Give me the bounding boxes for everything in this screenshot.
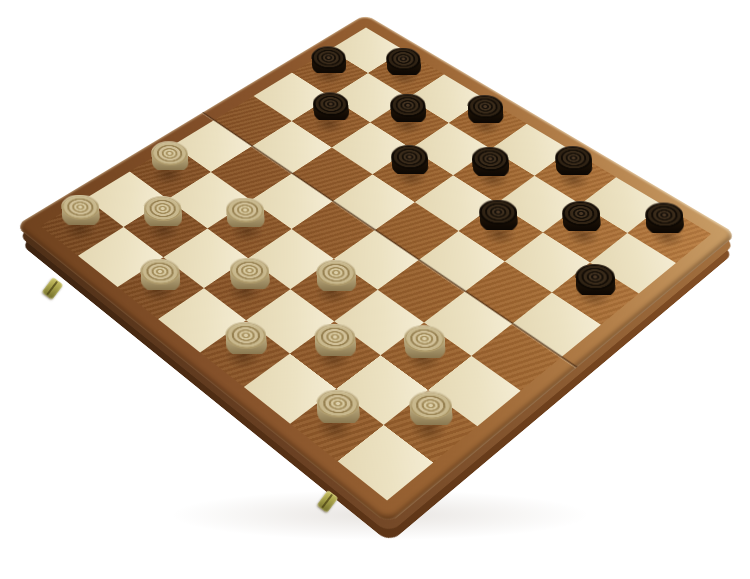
photo-scene — [0, 0, 750, 579]
dark-checker-piece[interactable] — [386, 47, 422, 78]
dark-checker-piece[interactable] — [391, 145, 430, 178]
light-checker-piece[interactable] — [143, 196, 183, 230]
piece-top-rings — [310, 46, 346, 69]
dark-checker-piece[interactable] — [467, 95, 505, 127]
light-checker-piece[interactable] — [403, 325, 447, 362]
piece-top-rings — [390, 94, 427, 117]
light-checker-piece[interactable] — [315, 259, 357, 294]
dark-checker-piece[interactable] — [575, 264, 617, 299]
brass-hinge-icon — [42, 277, 64, 300]
square-r2c5[interactable] — [459, 203, 543, 261]
dark-checker-piece[interactable] — [554, 146, 593, 179]
light-checker-piece[interactable] — [229, 258, 271, 293]
light-checker-piece[interactable] — [313, 324, 357, 361]
dark-checker-piece[interactable] — [310, 46, 346, 77]
light-checker-piece[interactable] — [225, 198, 265, 232]
light-checker-piece[interactable] — [150, 141, 189, 174]
piece-top-rings — [150, 141, 188, 165]
light-checker-piece[interactable] — [60, 195, 100, 229]
light-checker-piece[interactable] — [409, 392, 454, 430]
piece-top-rings — [403, 325, 446, 352]
piece-top-rings — [386, 47, 422, 70]
checkers-board — [15, 14, 737, 524]
light-checker-piece[interactable] — [139, 259, 181, 294]
board-perspective-wrapper — [102, 0, 648, 485]
dark-checker-piece[interactable] — [478, 200, 518, 234]
square-r0c7[interactable] — [627, 205, 711, 263]
dark-checker-piece[interactable] — [390, 94, 428, 126]
dark-checker-piece[interactable] — [561, 201, 601, 235]
piece-top-rings — [561, 201, 601, 226]
piece-top-rings — [554, 146, 592, 170]
piece-top-rings — [315, 259, 356, 285]
dark-checker-piece[interactable] — [645, 202, 685, 236]
piece-top-rings — [225, 198, 265, 223]
dark-checker-piece[interactable] — [312, 92, 350, 124]
board-grid — [40, 28, 711, 501]
light-checker-piece[interactable] — [224, 322, 267, 359]
dark-checker-piece[interactable] — [471, 147, 510, 180]
light-checker-piece[interactable] — [315, 390, 360, 428]
piece-top-rings — [471, 147, 509, 171]
